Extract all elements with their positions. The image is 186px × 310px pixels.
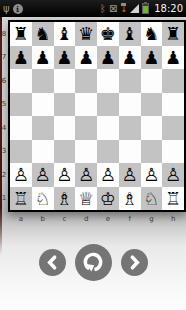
square-d1[interactable]: ♕ xyxy=(75,187,97,211)
square-d5[interactable] xyxy=(75,93,97,117)
square-a6[interactable] xyxy=(10,69,32,93)
square-c1[interactable]: ♗ xyxy=(54,187,76,211)
square-e2[interactable]: ♙ xyxy=(97,163,119,187)
black-pawn[interactable]: ♟ xyxy=(10,46,32,70)
white-pawn[interactable]: ♙ xyxy=(75,163,97,187)
square-b3[interactable] xyxy=(32,140,54,164)
square-g8[interactable]: ♞ xyxy=(141,22,163,46)
status-bar-left: ψ i xyxy=(3,0,23,17)
square-c5[interactable] xyxy=(54,93,76,117)
square-a2[interactable]: ♙ xyxy=(10,163,32,187)
network-off-icon: ⊠ xyxy=(109,0,117,17)
black-bishop[interactable]: ♝ xyxy=(54,22,76,46)
white-bishop[interactable]: ♗ xyxy=(54,187,76,211)
file-label-b: b xyxy=(32,214,54,225)
square-b5[interactable] xyxy=(32,93,54,117)
square-e1[interactable]: ♔ xyxy=(97,187,119,211)
file-label-a: a xyxy=(10,214,32,225)
square-h6[interactable] xyxy=(162,69,184,93)
square-a3[interactable] xyxy=(10,140,32,164)
square-d6[interactable] xyxy=(75,69,97,93)
square-b4[interactable] xyxy=(32,116,54,140)
black-pawn[interactable]: ♟ xyxy=(119,46,141,70)
black-rook[interactable]: ♜ xyxy=(10,22,32,46)
black-bishop[interactable]: ♝ xyxy=(119,22,141,46)
square-f1[interactable]: ♗ xyxy=(119,187,141,211)
white-pawn[interactable]: ♙ xyxy=(97,163,119,187)
replay-button[interactable] xyxy=(75,244,112,281)
square-d2[interactable]: ♙ xyxy=(75,163,97,187)
rank-label-2: 2 xyxy=(0,163,8,187)
signal-strength-icon xyxy=(130,4,139,13)
square-c7[interactable]: ♟ xyxy=(54,46,76,70)
black-knight[interactable]: ♞ xyxy=(141,22,163,46)
square-g5[interactable] xyxy=(141,93,163,117)
rank-label-5: 5 xyxy=(0,93,8,117)
file-label-c: c xyxy=(54,214,76,225)
rank-label-3: 3 xyxy=(0,140,8,164)
square-e8[interactable]: ♚ xyxy=(97,22,119,46)
bluetooth-icon: ᛒ xyxy=(100,0,106,17)
square-f2[interactable]: ♙ xyxy=(119,163,141,187)
square-h7[interactable]: ♟ xyxy=(162,46,184,70)
navigation-controls xyxy=(0,244,186,281)
battery-icon xyxy=(142,3,149,14)
info-icon: i xyxy=(13,4,23,14)
square-c3[interactable] xyxy=(54,140,76,164)
square-a4[interactable] xyxy=(10,116,32,140)
white-pawn[interactable]: ♙ xyxy=(10,163,32,187)
forward-button[interactable] xyxy=(121,249,148,276)
square-d7[interactable]: ♟ xyxy=(75,46,97,70)
black-pawn[interactable]: ♟ xyxy=(141,46,163,70)
square-h2[interactable]: ♙ xyxy=(162,163,184,187)
square-b8[interactable]: ♞ xyxy=(32,22,54,46)
square-c2[interactable]: ♙ xyxy=(54,163,76,187)
white-pawn[interactable]: ♙ xyxy=(141,163,163,187)
white-rook[interactable]: ♖ xyxy=(10,187,32,211)
rank-label-6: 6 xyxy=(0,69,8,93)
board[interactable]: ♜♞♝♛♚♝♞♜♟♟♟♟♟♟♟♟♙♙♙♙♙♙♙♙♖♘♗♕♔♗♘♖ xyxy=(10,22,184,210)
square-f3[interactable] xyxy=(119,140,141,164)
square-c6[interactable] xyxy=(54,69,76,93)
square-h4[interactable] xyxy=(162,116,184,140)
status-bar: ψ i ᛒ ⊠ ↓ 18:20 xyxy=(0,0,186,17)
black-pawn[interactable]: ♟ xyxy=(97,46,119,70)
square-c8[interactable]: ♝ xyxy=(54,22,76,46)
white-queen[interactable]: ♕ xyxy=(75,187,97,211)
chevron-right-icon xyxy=(126,254,143,271)
white-pawn[interactable]: ♙ xyxy=(119,163,141,187)
square-c4[interactable] xyxy=(54,116,76,140)
square-g4[interactable] xyxy=(141,116,163,140)
download-icon: ↓ xyxy=(120,3,127,14)
white-rook[interactable]: ♖ xyxy=(162,187,184,211)
file-labels: abcdefgh xyxy=(10,214,184,225)
white-knight[interactable]: ♘ xyxy=(141,187,163,211)
square-e4[interactable] xyxy=(97,116,119,140)
rank-label-8: 8 xyxy=(0,22,8,46)
black-pawn[interactable]: ♟ xyxy=(75,46,97,70)
square-f4[interactable] xyxy=(119,116,141,140)
square-a7[interactable]: ♟ xyxy=(10,46,32,70)
square-f6[interactable] xyxy=(119,69,141,93)
square-e3[interactable] xyxy=(97,140,119,164)
white-pawn[interactable]: ♙ xyxy=(54,163,76,187)
square-b1[interactable]: ♘ xyxy=(32,187,54,211)
black-pawn[interactable]: ♟ xyxy=(54,46,76,70)
square-a5[interactable] xyxy=(10,93,32,117)
square-e6[interactable] xyxy=(97,69,119,93)
square-b2[interactable]: ♙ xyxy=(32,163,54,187)
white-pawn[interactable]: ♙ xyxy=(162,163,184,187)
square-f7[interactable]: ♟ xyxy=(119,46,141,70)
square-a1[interactable]: ♖ xyxy=(10,187,32,211)
square-f8[interactable]: ♝ xyxy=(119,22,141,46)
square-g2[interactable]: ♙ xyxy=(141,163,163,187)
chevron-left-icon xyxy=(44,254,61,271)
status-bar-right: ᛒ ⊠ ↓ 18:20 xyxy=(100,0,183,17)
square-g7[interactable]: ♟ xyxy=(141,46,163,70)
usb-icon: ψ xyxy=(3,0,10,17)
black-pawn[interactable]: ♟ xyxy=(162,46,184,70)
black-rook[interactable]: ♜ xyxy=(162,22,184,46)
square-b7[interactable]: ♟ xyxy=(32,46,54,70)
square-a8[interactable]: ♜ xyxy=(10,22,32,46)
square-h1[interactable]: ♖ xyxy=(162,187,184,211)
square-e7[interactable]: ♟ xyxy=(97,46,119,70)
white-pawn[interactable]: ♙ xyxy=(32,163,54,187)
back-button[interactable] xyxy=(39,249,66,276)
file-label-g: g xyxy=(141,214,163,225)
file-label-d: d xyxy=(75,214,97,225)
chess-app-screen: 87654321 ♜♞♝♛♚♝♞♜♟♟♟♟♟♟♟♟♙♙♙♙♙♙♙♙♖♘♗♕♔♗♘… xyxy=(0,17,186,310)
black-pawn[interactable]: ♟ xyxy=(32,46,54,70)
square-d4[interactable] xyxy=(75,116,97,140)
white-knight[interactable]: ♘ xyxy=(32,187,54,211)
rank-labels: 87654321 xyxy=(0,22,8,210)
square-d3[interactable] xyxy=(75,140,97,164)
square-h3[interactable] xyxy=(162,140,184,164)
board-frame: ♜♞♝♛♚♝♞♜♟♟♟♟♟♟♟♟♙♙♙♙♙♙♙♙♖♘♗♕♔♗♘♖ xyxy=(8,20,186,212)
square-g6[interactable] xyxy=(141,69,163,93)
file-label-h: h xyxy=(162,214,184,225)
file-label-e: e xyxy=(97,214,119,225)
white-bishop[interactable]: ♗ xyxy=(119,187,141,211)
white-king[interactable]: ♔ xyxy=(97,187,119,211)
rank-label-7: 7 xyxy=(0,46,8,70)
black-knight[interactable]: ♞ xyxy=(32,22,54,46)
square-h8[interactable]: ♜ xyxy=(162,22,184,46)
rank-label-4: 4 xyxy=(0,116,8,140)
square-g3[interactable] xyxy=(141,140,163,164)
square-h5[interactable] xyxy=(162,93,184,117)
black-king[interactable]: ♚ xyxy=(97,22,119,46)
replay-icon xyxy=(82,251,105,274)
black-queen[interactable]: ♛ xyxy=(75,22,97,46)
square-f5[interactable] xyxy=(119,93,141,117)
square-e5[interactable] xyxy=(97,93,119,117)
clock-text: 18:20 xyxy=(154,3,183,14)
square-b6[interactable] xyxy=(32,69,54,93)
rank-label-1: 1 xyxy=(0,187,8,211)
square-g1[interactable]: ♘ xyxy=(141,187,163,211)
square-d8[interactable]: ♛ xyxy=(75,22,97,46)
file-label-f: f xyxy=(119,214,141,225)
